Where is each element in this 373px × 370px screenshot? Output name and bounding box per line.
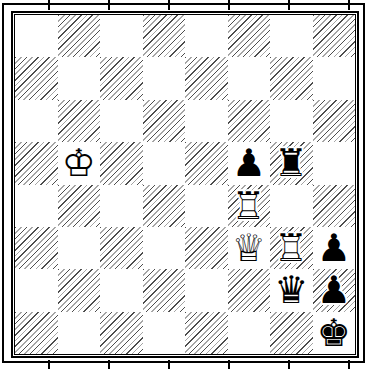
square-f7[interactable] bbox=[228, 57, 271, 99]
square-a6[interactable] bbox=[15, 100, 58, 142]
square-c6[interactable] bbox=[100, 100, 143, 142]
square-e8[interactable] bbox=[185, 15, 228, 57]
square-h8[interactable] bbox=[313, 15, 356, 57]
square-d8[interactable] bbox=[143, 15, 186, 57]
square-h5[interactable] bbox=[313, 142, 356, 184]
square-a1[interactable] bbox=[15, 312, 58, 354]
black-queen: ♛ bbox=[270, 269, 313, 311]
square-f3[interactable]: ♛♕ bbox=[228, 227, 271, 269]
white-rook: ♜♖ bbox=[270, 227, 313, 269]
square-g5[interactable]: ♜ bbox=[270, 142, 313, 184]
frame-tick bbox=[288, 360, 290, 369]
frame-tick bbox=[348, 0, 350, 10]
square-a8[interactable] bbox=[15, 15, 58, 57]
chessboard: ♚♔♟♜♜♖♛♕♜♖♟♛♟♚ bbox=[14, 14, 356, 355]
square-g6[interactable] bbox=[270, 100, 313, 142]
piece-outline: ♖ bbox=[270, 227, 313, 269]
square-b4[interactable] bbox=[58, 185, 101, 227]
square-h1[interactable]: ♚ bbox=[313, 312, 356, 354]
square-d7[interactable] bbox=[143, 57, 186, 99]
piece-outline: ♖ bbox=[228, 185, 271, 227]
square-b8[interactable] bbox=[58, 15, 101, 57]
square-g1[interactable] bbox=[270, 312, 313, 354]
square-h3[interactable]: ♟ bbox=[313, 227, 356, 269]
square-c4[interactable] bbox=[100, 185, 143, 227]
square-c3[interactable] bbox=[100, 227, 143, 269]
square-d1[interactable] bbox=[143, 312, 186, 354]
black-pawn: ♟ bbox=[228, 142, 271, 184]
piece-glyph: ♟ bbox=[228, 142, 271, 184]
white-queen: ♛♕ bbox=[228, 227, 271, 269]
piece-glyph: ♟ bbox=[313, 227, 356, 269]
square-a7[interactable] bbox=[15, 57, 58, 99]
square-f6[interactable] bbox=[228, 100, 271, 142]
square-g4[interactable] bbox=[270, 185, 313, 227]
square-h2[interactable]: ♟ bbox=[313, 269, 356, 311]
square-c7[interactable] bbox=[100, 57, 143, 99]
square-h7[interactable] bbox=[313, 57, 356, 99]
square-f5[interactable]: ♟ bbox=[228, 142, 271, 184]
square-d5[interactable] bbox=[143, 142, 186, 184]
square-e2[interactable] bbox=[185, 269, 228, 311]
square-g3[interactable]: ♜♖ bbox=[270, 227, 313, 269]
piece-glyph: ♛ bbox=[270, 269, 313, 311]
square-e3[interactable] bbox=[185, 227, 228, 269]
black-king: ♚ bbox=[313, 312, 356, 354]
black-pawn: ♟ bbox=[313, 269, 356, 311]
square-b6[interactable] bbox=[58, 100, 101, 142]
square-b3[interactable] bbox=[58, 227, 101, 269]
frame-tick bbox=[168, 360, 170, 369]
square-c5[interactable] bbox=[100, 142, 143, 184]
square-d3[interactable] bbox=[143, 227, 186, 269]
square-a3[interactable] bbox=[15, 227, 58, 269]
frame-tick bbox=[108, 360, 110, 369]
square-a5[interactable] bbox=[15, 142, 58, 184]
square-b1[interactable] bbox=[58, 312, 101, 354]
frame-tick bbox=[108, 0, 110, 10]
square-g2[interactable]: ♛ bbox=[270, 269, 313, 311]
frame-tick bbox=[168, 0, 170, 10]
black-pawn: ♟ bbox=[313, 227, 356, 269]
square-e1[interactable] bbox=[185, 312, 228, 354]
inner-frame: ♚♔♟♜♜♖♛♕♜♖♟♛♟♚ bbox=[11, 11, 359, 358]
square-e6[interactable] bbox=[185, 100, 228, 142]
square-b2[interactable] bbox=[58, 269, 101, 311]
square-a2[interactable] bbox=[15, 269, 58, 311]
square-d2[interactable] bbox=[143, 269, 186, 311]
frame-tick bbox=[228, 0, 230, 10]
chess-diagram: ♚♔♟♜♜♖♛♕♜♖♟♛♟♚ bbox=[0, 0, 373, 370]
piece-glyph: ♚ bbox=[313, 312, 356, 354]
square-c1[interactable] bbox=[100, 312, 143, 354]
square-g8[interactable] bbox=[270, 15, 313, 57]
square-e5[interactable] bbox=[185, 142, 228, 184]
frame-tick bbox=[48, 360, 50, 369]
frame-tick bbox=[228, 360, 230, 369]
piece-outline: ♔ bbox=[58, 142, 101, 184]
square-d4[interactable] bbox=[143, 185, 186, 227]
square-b7[interactable] bbox=[58, 57, 101, 99]
square-f4[interactable]: ♜♖ bbox=[228, 185, 271, 227]
square-h4[interactable] bbox=[313, 185, 356, 227]
piece-glyph: ♟ bbox=[313, 269, 356, 311]
frame-tick bbox=[348, 360, 350, 369]
square-e4[interactable] bbox=[185, 185, 228, 227]
square-f2[interactable] bbox=[228, 269, 271, 311]
piece-glyph: ♜ bbox=[270, 142, 313, 184]
square-f1[interactable] bbox=[228, 312, 271, 354]
white-king: ♚♔ bbox=[58, 142, 101, 184]
square-d6[interactable] bbox=[143, 100, 186, 142]
square-b5[interactable]: ♚♔ bbox=[58, 142, 101, 184]
black-rook: ♜ bbox=[270, 142, 313, 184]
square-g7[interactable] bbox=[270, 57, 313, 99]
square-f8[interactable] bbox=[228, 15, 271, 57]
square-c2[interactable] bbox=[100, 269, 143, 311]
piece-outline: ♕ bbox=[228, 227, 271, 269]
square-e7[interactable] bbox=[185, 57, 228, 99]
white-rook: ♜♖ bbox=[228, 185, 271, 227]
square-c8[interactable] bbox=[100, 15, 143, 57]
frame-tick bbox=[48, 0, 50, 10]
square-h6[interactable] bbox=[313, 100, 356, 142]
frame-tick bbox=[288, 0, 290, 10]
square-a4[interactable] bbox=[15, 185, 58, 227]
